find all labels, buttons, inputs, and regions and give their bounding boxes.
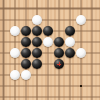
empty-point[interactable] <box>76 81 87 92</box>
board-point[interactable] <box>32 59 43 70</box>
empty-point[interactable] <box>0 48 10 59</box>
empty-point[interactable] <box>87 26 98 37</box>
black-stone <box>54 59 65 70</box>
empty-point[interactable] <box>65 15 76 26</box>
empty-point[interactable] <box>0 70 10 81</box>
board-point[interactable] <box>32 48 43 59</box>
empty-point[interactable] <box>54 4 65 15</box>
empty-point[interactable] <box>10 15 21 26</box>
empty-point[interactable] <box>87 15 98 26</box>
board-point[interactable] <box>32 26 43 37</box>
empty-point[interactable] <box>76 26 87 37</box>
board-point[interactable] <box>10 26 21 37</box>
black-stone <box>65 26 76 37</box>
empty-point[interactable] <box>54 92 65 101</box>
board-point[interactable] <box>21 59 32 70</box>
empty-point[interactable] <box>10 4 21 15</box>
white-stone <box>10 26 21 37</box>
board-point[interactable] <box>65 26 76 37</box>
empty-point[interactable] <box>54 70 65 81</box>
white-stone <box>10 70 21 81</box>
empty-point[interactable] <box>65 59 76 70</box>
last-move-marker <box>57 62 61 66</box>
empty-point[interactable] <box>65 92 76 101</box>
white-stone <box>76 48 87 59</box>
board-point[interactable] <box>21 37 32 48</box>
black-stone <box>32 26 43 37</box>
black-stone <box>21 37 32 48</box>
empty-point[interactable] <box>0 81 10 92</box>
empty-point[interactable] <box>0 15 10 26</box>
empty-point[interactable] <box>43 81 54 92</box>
empty-point[interactable] <box>0 92 10 101</box>
board-point[interactable] <box>76 48 87 59</box>
board-point[interactable] <box>65 48 76 59</box>
empty-point[interactable] <box>65 81 76 92</box>
empty-point[interactable] <box>32 92 43 101</box>
empty-point[interactable] <box>43 4 54 15</box>
empty-point[interactable] <box>32 81 43 92</box>
empty-point[interactable] <box>10 81 21 92</box>
white-stone <box>43 37 54 48</box>
empty-point[interactable] <box>87 48 98 59</box>
black-stone <box>54 37 65 48</box>
empty-point[interactable] <box>43 48 54 59</box>
board-point[interactable] <box>32 37 43 48</box>
empty-point[interactable] <box>76 4 87 15</box>
black-stone <box>32 48 43 59</box>
empty-point[interactable] <box>10 37 21 48</box>
board-point[interactable] <box>21 48 32 59</box>
empty-point[interactable] <box>87 37 98 48</box>
empty-point[interactable] <box>87 70 98 81</box>
white-stone <box>10 48 21 59</box>
black-stone <box>21 26 32 37</box>
empty-point[interactable] <box>0 37 10 48</box>
board-point[interactable] <box>21 70 32 81</box>
empty-point[interactable] <box>21 4 32 15</box>
black-stone <box>65 48 76 59</box>
white-stone <box>76 15 87 26</box>
empty-point[interactable] <box>76 37 87 48</box>
board-point[interactable] <box>32 15 43 26</box>
empty-point[interactable] <box>54 15 65 26</box>
empty-point[interactable] <box>43 70 54 81</box>
black-stone <box>32 37 43 48</box>
empty-point[interactable] <box>76 59 87 70</box>
board-point[interactable] <box>10 70 21 81</box>
empty-point[interactable] <box>10 92 21 101</box>
board-point[interactable] <box>54 59 65 70</box>
board-point[interactable] <box>54 37 65 48</box>
white-stone <box>32 15 43 26</box>
empty-point[interactable] <box>54 26 65 37</box>
go-board <box>0 0 100 100</box>
board-point[interactable] <box>10 48 21 59</box>
board-point[interactable] <box>43 26 54 37</box>
board-point[interactable] <box>54 48 65 59</box>
empty-point[interactable] <box>32 4 43 15</box>
board-point[interactable] <box>76 15 87 26</box>
board-intersections <box>0 4 98 101</box>
empty-point[interactable] <box>43 15 54 26</box>
board-point[interactable] <box>21 26 32 37</box>
board-point[interactable] <box>43 37 54 48</box>
empty-point[interactable] <box>10 59 21 70</box>
white-stone <box>21 70 32 81</box>
empty-point[interactable] <box>76 70 87 81</box>
black-stone <box>54 48 65 59</box>
empty-point[interactable] <box>21 92 32 101</box>
black-stone <box>21 59 32 70</box>
empty-point[interactable] <box>21 15 32 26</box>
empty-point[interactable] <box>54 81 65 92</box>
empty-point[interactable] <box>87 81 98 92</box>
black-stone <box>32 59 43 70</box>
empty-point[interactable] <box>0 26 10 37</box>
empty-point[interactable] <box>87 4 98 15</box>
empty-point[interactable] <box>65 4 76 15</box>
empty-point[interactable] <box>87 92 98 101</box>
empty-point[interactable] <box>43 92 54 101</box>
black-stone <box>21 48 32 59</box>
white-stone <box>65 37 76 48</box>
empty-point[interactable] <box>43 59 54 70</box>
empty-point[interactable] <box>87 59 98 70</box>
empty-point[interactable] <box>32 70 43 81</box>
empty-point[interactable] <box>21 81 32 92</box>
empty-point[interactable] <box>76 92 87 101</box>
board-point[interactable] <box>65 37 76 48</box>
empty-point[interactable] <box>65 70 76 81</box>
empty-point[interactable] <box>0 4 10 15</box>
black-stone <box>43 26 54 37</box>
empty-point[interactable] <box>0 59 10 70</box>
